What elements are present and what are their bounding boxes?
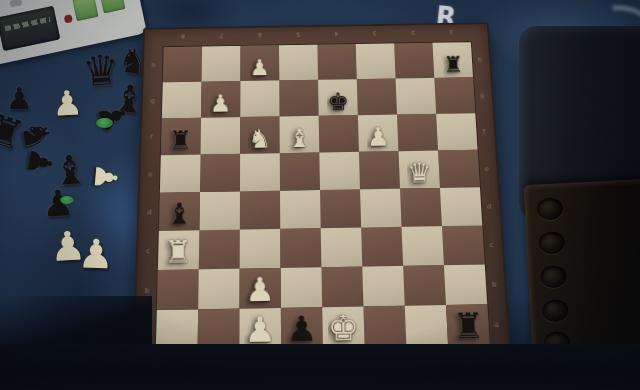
white-pawn: ♟	[77, 233, 114, 274]
square-a4: ♚	[322, 306, 364, 348]
square-h3	[356, 43, 396, 79]
square-f2	[397, 114, 438, 151]
square-b3	[362, 266, 404, 307]
square-g8	[162, 82, 202, 119]
square-e5	[280, 152, 320, 190]
black-pawn: ♟	[41, 185, 75, 222]
black-pawn: ♟	[286, 311, 318, 347]
file-label-right: f	[480, 127, 488, 135]
square-a3	[363, 306, 406, 348]
rank-label-top: 8	[164, 33, 202, 40]
square-b6: ♟	[240, 268, 281, 309]
square-c5	[280, 228, 321, 268]
square-b5	[281, 267, 323, 308]
white-bishop: ♝	[288, 125, 311, 151]
square-g5	[279, 80, 318, 117]
white-pawn: ♟	[210, 92, 232, 116]
board-coordinate-labels: 8765432187654321hgfedcbahgfedcba	[145, 24, 487, 30]
white-pawn-lying: ♟	[89, 162, 121, 191]
file-label-left: d	[145, 208, 153, 216]
file-label-right: e	[482, 164, 490, 172]
square-e3	[359, 151, 400, 189]
black-rook: ♜	[452, 308, 484, 344]
rank-label-top: 4	[317, 31, 355, 38]
clock-green-panel	[99, 0, 125, 13]
white-pawn: ♟	[245, 273, 275, 307]
rank-label-top: 6	[241, 32, 279, 39]
square-c1	[442, 225, 485, 265]
black-king: ♚	[327, 90, 349, 114]
square-c2	[402, 226, 444, 266]
file-label-left: c	[144, 247, 152, 255]
square-b4	[321, 267, 363, 308]
square-b2	[403, 265, 446, 306]
file-label-left: h	[150, 61, 158, 68]
tray-slot	[542, 299, 569, 322]
square-f8: ♜	[161, 118, 201, 155]
square-f3: ♟	[358, 114, 399, 151]
clock-red-indicator	[64, 14, 73, 23]
captured-piece-tray	[524, 179, 640, 353]
square-e6	[240, 153, 280, 191]
square-d3	[360, 189, 402, 228]
square-b1	[444, 264, 487, 305]
file-label-right: g	[478, 91, 486, 98]
square-h7	[202, 46, 241, 82]
square-d2	[400, 188, 442, 227]
square-f5: ♝	[279, 116, 319, 153]
file-label-right: c	[487, 241, 496, 249]
clock-lcd-segments	[4, 17, 50, 31]
square-c6	[240, 229, 281, 269]
square-d7	[199, 191, 240, 230]
square-f4	[319, 115, 359, 152]
square-d4	[320, 189, 361, 228]
tray-slot	[536, 197, 563, 220]
black-bishop: ♝	[166, 199, 192, 229]
file-label-right: b	[490, 280, 499, 288]
square-h8	[163, 46, 202, 82]
square-h6: ♟	[240, 45, 279, 81]
file-label-left: e	[146, 170, 154, 178]
piece-green-felt-base	[60, 196, 74, 204]
square-a2	[405, 305, 448, 346]
clock-button	[9, 0, 22, 8]
square-c8: ♜	[158, 230, 200, 270]
white-queen: ♛	[407, 159, 432, 187]
white-pawn: ♟	[250, 57, 270, 79]
board-grid: ♟♜♟♚♜♞♝♟♛♝♜♟♟♟♚♜	[156, 42, 490, 351]
file-label-right: d	[485, 202, 494, 210]
file-label-right: a	[492, 320, 501, 329]
square-f1	[436, 113, 477, 150]
white-knight: ♞	[248, 126, 271, 152]
rank-label-top: 3	[355, 30, 393, 37]
square-f7	[200, 117, 240, 154]
square-h4	[317, 44, 356, 80]
square-b7	[198, 269, 239, 310]
square-h2	[394, 43, 434, 79]
white-pawn: ♟	[367, 124, 391, 150]
square-g4: ♚	[318, 79, 358, 116]
square-g3	[357, 79, 397, 116]
white-pawn: ♟	[51, 85, 83, 121]
black-rook: ♜	[443, 54, 464, 76]
square-e8	[160, 154, 201, 192]
square-d8: ♝	[159, 192, 200, 231]
square-a1: ♜	[446, 304, 490, 345]
square-c7	[199, 230, 240, 270]
square-e4	[319, 152, 360, 190]
chess-board: ♟♜♟♚♜♞♝♟♛♝♜♟♟♟♚♜ 8765432187654321hgfedcb…	[132, 22, 512, 372]
file-label-right: h	[476, 56, 484, 63]
black-rook: ♜	[169, 127, 192, 153]
white-rook: ♜	[164, 236, 192, 268]
square-h5	[279, 45, 318, 81]
square-g1	[434, 77, 475, 114]
clock-green-panel	[72, 0, 98, 21]
square-e1	[438, 150, 480, 188]
clock-display	[0, 6, 60, 51]
square-f6: ♞	[240, 116, 280, 153]
square-e2: ♛	[398, 151, 439, 189]
black-knight: ♞	[115, 42, 151, 81]
square-c4	[321, 228, 363, 268]
square-d1	[440, 187, 482, 226]
black-pawn-edge: ♟	[6, 84, 33, 114]
rank-label-top: 2	[394, 29, 433, 36]
file-label-left: g	[149, 97, 157, 105]
tray-slot	[540, 265, 567, 288]
square-g2	[396, 78, 437, 115]
square-b8	[157, 269, 199, 310]
square-h1: ♜	[432, 42, 473, 78]
square-e7	[200, 154, 240, 192]
square-c3	[361, 227, 403, 267]
white-king: ♚	[327, 310, 359, 346]
rank-label-top: 1	[432, 29, 471, 36]
piece-green-felt-base	[96, 118, 113, 128]
square-g7: ♟	[201, 81, 240, 118]
tournament-scene: R ♛♝♟♟♞♟♜♝♟♟♟♟♞♟ ♟♜♟♚♜♞♝♟♛♝♜♟♟♟♚♜ 876543…	[0, 0, 640, 390]
rank-label-top: 5	[279, 31, 317, 38]
file-label-left: f	[147, 133, 155, 141]
square-a5: ♟	[281, 307, 323, 349]
square-d5	[280, 190, 321, 229]
square-g6	[240, 80, 279, 117]
tray-slot	[538, 231, 565, 254]
white-pawn: ♟	[244, 311, 276, 347]
board-wrap: ♟♜♟♚♜♞♝♟♛♝♜♟♟♟♚♜ 8765432187654321hgfedcb…	[138, 12, 500, 366]
square-d6	[240, 191, 280, 230]
file-label-left: b	[143, 286, 151, 294]
floor-dark-strip	[0, 344, 640, 390]
rank-label-top: 7	[202, 33, 240, 40]
